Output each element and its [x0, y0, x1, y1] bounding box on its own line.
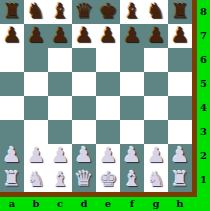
piece-white-knight[interactable]: ♞: [144, 168, 168, 192]
piece-black-rook[interactable]: ♜: [0, 0, 24, 24]
square-b1[interactable]: ♞: [24, 168, 48, 192]
square-a6[interactable]: [0, 48, 24, 72]
piece-black-queen[interactable]: ♛: [72, 0, 96, 24]
square-d1[interactable]: ♛: [72, 168, 96, 192]
square-g3[interactable]: [144, 120, 168, 144]
piece-white-pawn[interactable]: ♟: [120, 144, 144, 168]
square-a1[interactable]: ♜: [0, 168, 24, 192]
square-e7[interactable]: ♟: [96, 24, 120, 48]
piece-black-pawn[interactable]: ♟: [168, 24, 192, 48]
rank-label-2: 2: [197, 144, 210, 168]
board-frame-right: [192, 0, 197, 197]
piece-white-pawn[interactable]: ♟: [0, 144, 24, 168]
square-g2[interactable]: ♟: [144, 144, 168, 168]
rank-label-6: 6: [197, 48, 210, 72]
square-a8[interactable]: ♜: [0, 0, 24, 24]
rank-label-8: 8: [197, 0, 210, 24]
square-e6[interactable]: [96, 48, 120, 72]
square-h6[interactable]: [168, 48, 192, 72]
square-a2[interactable]: ♟: [0, 144, 24, 168]
file-label-a: a: [0, 197, 24, 211]
chess-board: ♜♞♝♛♚♝♞♜♟♟♟♟♟♟♟♟♟♟♟♟♟♟♟♟♜♞♝♛♚♝♞♜: [0, 0, 192, 192]
square-b7[interactable]: ♟: [24, 24, 48, 48]
square-d4[interactable]: [72, 96, 96, 120]
square-h3[interactable]: [168, 120, 192, 144]
square-c3[interactable]: [48, 120, 72, 144]
file-label-strip: abcdefgh: [0, 197, 197, 211]
square-c7[interactable]: ♟: [48, 24, 72, 48]
square-f7[interactable]: ♟: [120, 24, 144, 48]
piece-black-pawn[interactable]: ♟: [24, 24, 48, 48]
file-label-c: c: [48, 197, 72, 211]
board-frame-bottom: [0, 192, 192, 197]
square-d7[interactable]: ♟: [72, 24, 96, 48]
square-b5[interactable]: [24, 72, 48, 96]
square-g6[interactable]: [144, 48, 168, 72]
piece-black-pawn[interactable]: ♟: [48, 24, 72, 48]
rank-label-strip: 87654321: [197, 0, 210, 211]
square-d5[interactable]: [72, 72, 96, 96]
square-h7[interactable]: ♟: [168, 24, 192, 48]
rank-label-7: 7: [197, 24, 210, 48]
rank-label-4: 4: [197, 96, 210, 120]
square-f2[interactable]: ♟: [120, 144, 144, 168]
square-c5[interactable]: [48, 72, 72, 96]
square-e5[interactable]: [96, 72, 120, 96]
rank-label-5: 5: [197, 72, 210, 96]
square-f1[interactable]: ♝: [120, 168, 144, 192]
square-e4[interactable]: [96, 96, 120, 120]
square-b4[interactable]: [24, 96, 48, 120]
piece-white-king[interactable]: ♚: [96, 168, 120, 192]
square-f4[interactable]: [120, 96, 144, 120]
square-g1[interactable]: ♞: [144, 168, 168, 192]
piece-white-pawn[interactable]: ♟: [144, 144, 168, 168]
piece-black-bishop[interactable]: ♝: [48, 0, 72, 24]
square-h8[interactable]: ♜: [168, 0, 192, 24]
piece-white-pawn[interactable]: ♟: [48, 144, 72, 168]
square-b6[interactable]: [24, 48, 48, 72]
piece-white-knight[interactable]: ♞: [24, 168, 48, 192]
square-h1[interactable]: ♜: [168, 168, 192, 192]
piece-black-king[interactable]: ♚: [96, 0, 120, 24]
square-h4[interactable]: [168, 96, 192, 120]
square-h2[interactable]: ♟: [168, 144, 192, 168]
piece-black-rook[interactable]: ♜: [168, 0, 192, 24]
piece-white-bishop[interactable]: ♝: [48, 168, 72, 192]
square-e1[interactable]: ♚: [96, 168, 120, 192]
file-label-e: e: [96, 197, 120, 211]
file-label-h: h: [168, 197, 192, 211]
piece-white-pawn[interactable]: ♟: [96, 144, 120, 168]
piece-black-pawn[interactable]: ♟: [72, 24, 96, 48]
square-e2[interactable]: ♟: [96, 144, 120, 168]
square-c6[interactable]: [48, 48, 72, 72]
piece-black-pawn[interactable]: ♟: [120, 24, 144, 48]
square-c1[interactable]: ♝: [48, 168, 72, 192]
square-f3[interactable]: [120, 120, 144, 144]
file-label-f: f: [120, 197, 144, 211]
square-d3[interactable]: [72, 120, 96, 144]
square-a4[interactable]: [0, 96, 24, 120]
piece-black-pawn[interactable]: ♟: [96, 24, 120, 48]
piece-black-pawn[interactable]: ♟: [144, 24, 168, 48]
square-d8[interactable]: ♛: [72, 0, 96, 24]
square-g5[interactable]: [144, 72, 168, 96]
rank-label-3: 3: [197, 120, 210, 144]
piece-white-pawn[interactable]: ♟: [72, 144, 96, 168]
file-label-g: g: [144, 197, 168, 211]
square-g8[interactable]: ♞: [144, 0, 168, 24]
piece-white-queen[interactable]: ♛: [72, 168, 96, 192]
square-c2[interactable]: ♟: [48, 144, 72, 168]
piece-white-rook[interactable]: ♜: [0, 168, 24, 192]
square-f5[interactable]: [120, 72, 144, 96]
square-e3[interactable]: [96, 120, 120, 144]
square-a5[interactable]: [0, 72, 24, 96]
rank-label-1: 1: [197, 168, 210, 192]
square-g7[interactable]: ♟: [144, 24, 168, 48]
piece-white-pawn[interactable]: ♟: [168, 144, 192, 168]
square-f8[interactable]: ♝: [120, 0, 144, 24]
piece-black-pawn[interactable]: ♟: [0, 24, 24, 48]
square-c8[interactable]: ♝: [48, 0, 72, 24]
square-f6[interactable]: [120, 48, 144, 72]
piece-black-knight[interactable]: ♞: [144, 0, 168, 24]
square-h5[interactable]: [168, 72, 192, 96]
square-e8[interactable]: ♚: [96, 0, 120, 24]
square-a3[interactable]: [0, 120, 24, 144]
square-g4[interactable]: [144, 96, 168, 120]
chess-app: 87654321 abcdefgh ♜♞♝♛♚♝♞♜♟♟♟♟♟♟♟♟♟♟♟♟♟♟…: [0, 0, 210, 211]
piece-white-bishop[interactable]: ♝: [120, 168, 144, 192]
square-a7[interactable]: ♟: [0, 24, 24, 48]
file-label-b: b: [24, 197, 48, 211]
square-d6[interactable]: [72, 48, 96, 72]
square-c4[interactable]: [48, 96, 72, 120]
piece-black-knight[interactable]: ♞: [24, 0, 48, 24]
square-b8[interactable]: ♞: [24, 0, 48, 24]
piece-white-rook[interactable]: ♜: [168, 168, 192, 192]
piece-white-pawn[interactable]: ♟: [24, 144, 48, 168]
square-b2[interactable]: ♟: [24, 144, 48, 168]
file-label-d: d: [72, 197, 96, 211]
square-d2[interactable]: ♟: [72, 144, 96, 168]
piece-black-bishop[interactable]: ♝: [120, 0, 144, 24]
square-b3[interactable]: [24, 120, 48, 144]
